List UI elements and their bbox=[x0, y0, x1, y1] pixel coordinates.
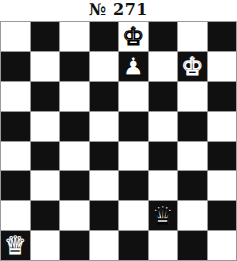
piece-black-queen: ♛ bbox=[4, 233, 26, 258]
square-a8[interactable] bbox=[1, 22, 30, 51]
square-d8[interactable] bbox=[90, 22, 119, 51]
square-a3[interactable] bbox=[1, 171, 30, 200]
square-f1[interactable] bbox=[149, 231, 178, 260]
square-e7[interactable]: ♟ bbox=[119, 52, 148, 81]
square-g5[interactable] bbox=[178, 112, 207, 141]
square-a7[interactable] bbox=[1, 52, 30, 81]
square-d3[interactable] bbox=[90, 171, 119, 200]
square-e4[interactable] bbox=[119, 142, 148, 171]
square-b2[interactable] bbox=[31, 201, 60, 230]
square-c5[interactable] bbox=[60, 112, 89, 141]
square-a2[interactable] bbox=[1, 201, 30, 230]
square-a6[interactable] bbox=[1, 82, 30, 111]
square-e1[interactable] bbox=[119, 231, 148, 260]
square-g2[interactable] bbox=[178, 201, 207, 230]
square-a1[interactable]: ♛ bbox=[1, 231, 30, 260]
square-b1[interactable] bbox=[31, 231, 60, 260]
square-c4[interactable] bbox=[60, 142, 89, 171]
square-h5[interactable] bbox=[208, 112, 237, 141]
square-g8[interactable] bbox=[178, 22, 207, 51]
piece-white-king: ♚ bbox=[122, 24, 144, 49]
square-c1[interactable] bbox=[60, 231, 89, 260]
square-f7[interactable] bbox=[149, 52, 178, 81]
square-d1[interactable] bbox=[90, 231, 119, 260]
square-b8[interactable] bbox=[31, 22, 60, 51]
piece-black-king: ♚ bbox=[181, 54, 203, 79]
square-f6[interactable] bbox=[149, 82, 178, 111]
square-h7[interactable] bbox=[208, 52, 237, 81]
square-d5[interactable] bbox=[90, 112, 119, 141]
square-a4[interactable] bbox=[1, 142, 30, 171]
square-g7[interactable]: ♚ bbox=[178, 52, 207, 81]
square-g6[interactable] bbox=[178, 82, 207, 111]
square-e6[interactable] bbox=[119, 82, 148, 111]
square-h6[interactable] bbox=[208, 82, 237, 111]
square-e8[interactable]: ♚ bbox=[119, 22, 148, 51]
square-f2[interactable]: ♛ bbox=[149, 201, 178, 230]
square-b3[interactable] bbox=[31, 171, 60, 200]
square-d2[interactable] bbox=[90, 201, 119, 230]
square-c3[interactable] bbox=[60, 171, 89, 200]
puzzle-title: № 271 bbox=[0, 0, 237, 21]
puzzle-diagram: № 271 ♚♟♚♛♛ bbox=[0, 0, 237, 261]
square-g1[interactable] bbox=[178, 231, 207, 260]
square-b6[interactable] bbox=[31, 82, 60, 111]
square-c6[interactable] bbox=[60, 82, 89, 111]
square-h1[interactable] bbox=[208, 231, 237, 260]
square-c2[interactable] bbox=[60, 201, 89, 230]
square-d7[interactable] bbox=[90, 52, 119, 81]
piece-white-pawn: ♟ bbox=[122, 54, 144, 79]
square-h3[interactable] bbox=[208, 171, 237, 200]
square-f5[interactable] bbox=[149, 112, 178, 141]
square-b7[interactable] bbox=[31, 52, 60, 81]
square-a5[interactable] bbox=[1, 112, 30, 141]
square-g4[interactable] bbox=[178, 142, 207, 171]
square-b4[interactable] bbox=[31, 142, 60, 171]
square-h8[interactable] bbox=[208, 22, 237, 51]
square-b5[interactable] bbox=[31, 112, 60, 141]
square-f8[interactable] bbox=[149, 22, 178, 51]
square-h4[interactable] bbox=[208, 142, 237, 171]
square-e5[interactable] bbox=[119, 112, 148, 141]
square-f3[interactable] bbox=[149, 171, 178, 200]
square-c7[interactable] bbox=[60, 52, 89, 81]
chess-board: ♚♟♚♛♛ bbox=[0, 21, 237, 261]
square-d6[interactable] bbox=[90, 82, 119, 111]
square-d4[interactable] bbox=[90, 142, 119, 171]
square-g3[interactable] bbox=[178, 171, 207, 200]
square-f4[interactable] bbox=[149, 142, 178, 171]
square-h2[interactable] bbox=[208, 201, 237, 230]
square-e3[interactable] bbox=[119, 171, 148, 200]
square-e2[interactable] bbox=[119, 201, 148, 230]
piece-white-queen: ♛ bbox=[152, 203, 174, 228]
square-c8[interactable] bbox=[60, 22, 89, 51]
